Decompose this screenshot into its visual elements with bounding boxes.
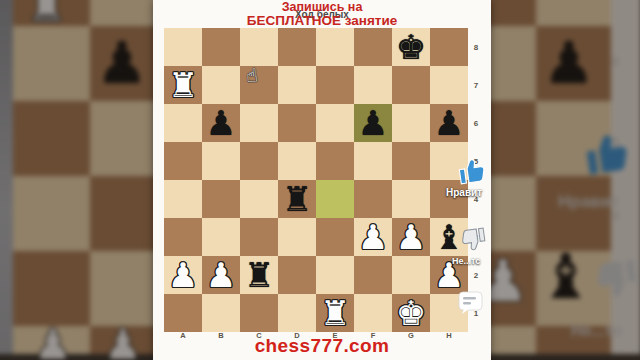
board-square-g4 (392, 180, 430, 218)
blurred-white-rook: ♜ (26, 0, 67, 28)
board-square-b6: ♟ (202, 104, 240, 142)
background-left-board: ♜♟♟♟ (0, 0, 153, 360)
board-square-a6 (164, 104, 202, 142)
background-blur-right: ♟♟♝654НравитНе...то (491, 0, 640, 360)
board-square-b7 (202, 66, 240, 104)
like-button[interactable] (457, 154, 488, 187)
board-square-h8 (430, 28, 468, 66)
board-square-a5 (164, 142, 202, 180)
board-square-g3: ♟ (392, 218, 430, 256)
blurred-white-pawn: ♟ (491, 252, 529, 310)
board-square-f7 (354, 66, 392, 104)
board-square-c6 (240, 104, 278, 142)
board-square-h7 (430, 66, 468, 104)
blurred-black-pawn: ♟ (543, 34, 595, 92)
board-square-e2 (316, 256, 354, 294)
board-square-f5 (354, 142, 392, 180)
board-square-e7 (316, 66, 354, 104)
board-square-g6 (392, 104, 430, 142)
dislike-label: Не...тс (452, 256, 480, 266)
video-content: Ход белых Запишись на БЕСПЛАТНОЕ занятие… (153, 0, 491, 360)
board-square-d8 (278, 28, 316, 66)
comment-button[interactable] (458, 290, 484, 316)
board-square-d7 (278, 66, 316, 104)
board-square-c2: ♜ (240, 256, 278, 294)
board-square-c5 (240, 142, 278, 180)
board-square-e4 (316, 180, 354, 218)
blurred-white-pawn: ♟ (34, 324, 72, 360)
blurred-like-label: Нравит (558, 192, 619, 212)
board-square-h6: ♟ (430, 104, 468, 142)
board-square-g8: ♚ (392, 28, 430, 66)
board-square-c8 (240, 28, 278, 66)
dislike-button[interactable] (459, 225, 487, 255)
like-label: Нравит (446, 187, 482, 198)
board-square-g1: ♚ (392, 294, 430, 332)
board-square-c4 (240, 180, 278, 218)
board-square-b3 (202, 218, 240, 256)
board-square-d1 (278, 294, 316, 332)
blurred-thumbs-up-icon (581, 128, 635, 182)
board-square-e5 (316, 142, 354, 180)
board-square-b1 (202, 294, 240, 332)
background-gray-bar (0, 0, 13, 354)
chess-board: ♚♜☝♟♟♟♜♟♟♝♟♟♜♟♜♚ (164, 28, 468, 332)
white-pawn: ♟ (164, 256, 202, 294)
board-square-d2 (278, 256, 316, 294)
white-pawn: ♟ (392, 218, 430, 256)
blurred-black-pawn: ♟ (96, 34, 148, 92)
white-rook: ♜ (316, 294, 354, 332)
board-square-a4 (164, 180, 202, 218)
board-square-a3 (164, 218, 202, 256)
board-square-g2 (392, 256, 430, 294)
board-square-f1 (354, 294, 392, 332)
board-square-f8 (354, 28, 392, 66)
blurred-black-bishop: ♝ (538, 246, 594, 308)
board-square-d5 (278, 142, 316, 180)
blurred-rank-digit: 6 (612, 54, 619, 69)
board-square-b5 (202, 142, 240, 180)
black-pawn: ♟ (430, 104, 468, 142)
board-square-b8 (202, 28, 240, 66)
white-pawn: ♟ (202, 256, 240, 294)
blurred-white-pawn: ♟ (104, 324, 142, 360)
board-square-f2 (354, 256, 392, 294)
background-blur-left: ♜♟♟♟ (0, 0, 153, 360)
comment-icon (458, 290, 484, 316)
white-rook: ♜ (164, 66, 202, 104)
black-king: ♚ (392, 28, 430, 66)
board-square-c7: ☝ (240, 66, 278, 104)
board-square-b2: ♟ (202, 256, 240, 294)
background-right-board: ♟♟♝654НравитНе...то (491, 0, 640, 360)
black-pawn: ♟ (354, 104, 392, 142)
board-square-d6 (278, 104, 316, 142)
board-square-a8 (164, 28, 202, 66)
board-square-c3 (240, 218, 278, 256)
board-square-e1: ♜ (316, 294, 354, 332)
video-frame: ♜♟♟♟ ♟♟♝654НравитНе...то Ход белых Запиш… (0, 0, 640, 360)
board-square-a2: ♟ (164, 256, 202, 294)
board-square-f6: ♟ (354, 104, 392, 142)
board-square-d3 (278, 218, 316, 256)
promo-line-2: БЕСПЛАТНОЕ занятие (153, 13, 491, 28)
board-square-a1 (164, 294, 202, 332)
board-square-g7 (392, 66, 430, 104)
hand-cursor-icon: ☝ (245, 65, 259, 85)
blurred-thumbs-down-icon (590, 256, 640, 308)
board-square-d4: ♜ (278, 180, 316, 218)
board-square-e6 (316, 104, 354, 142)
thumbs-up-icon (457, 154, 488, 187)
board-square-g5 (392, 142, 430, 180)
board-square-e8 (316, 28, 354, 66)
white-king: ♚ (392, 294, 430, 332)
white-pawn: ♟ (354, 218, 392, 256)
black-pawn: ♟ (202, 104, 240, 142)
blurred-dislike-label: Не...то (571, 322, 622, 340)
board-square-b4 (202, 180, 240, 218)
board-square-c1 (240, 294, 278, 332)
promo-line-1: Запишись на (153, 0, 491, 14)
thumbs-down-icon (459, 225, 487, 255)
board-square-f3: ♟ (354, 218, 392, 256)
site-url: chess777.com (153, 335, 491, 357)
board-square-f4 (354, 180, 392, 218)
board-square-e3 (316, 218, 354, 256)
black-rook: ♜ (240, 256, 278, 294)
board-square-a7: ♜ (164, 66, 202, 104)
black-rook: ♜ (278, 180, 316, 218)
